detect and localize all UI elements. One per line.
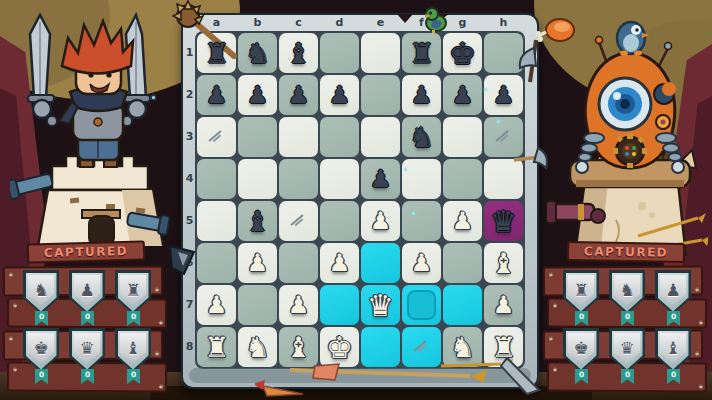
square-e3[interactable] xyxy=(361,117,400,157)
captured-count: 0 xyxy=(39,312,44,326)
captured-count: 0 xyxy=(131,312,136,326)
square-e4[interactable]: ♟ xyxy=(361,159,400,199)
square-a4[interactable] xyxy=(197,159,236,199)
black-pawn[interactable]: ♟ xyxy=(493,81,515,109)
captured-count-ribbon: 0 xyxy=(667,369,680,384)
file-label-c: c xyxy=(279,16,318,30)
square-e2[interactable] xyxy=(361,75,400,115)
square-b5[interactable]: ♝ xyxy=(238,201,277,241)
captured-badge-knight: ♞0 xyxy=(609,270,649,328)
white-pawn[interactable]: ♟ xyxy=(329,249,351,277)
white-pawn[interactable]: ♟ xyxy=(206,291,228,319)
captured-badge-knight: ♞0 xyxy=(23,270,63,328)
move-target-ring xyxy=(407,290,436,320)
square-b3[interactable] xyxy=(238,117,277,157)
black-king[interactable]: ♚ xyxy=(449,36,476,71)
nail xyxy=(159,321,163,325)
nail xyxy=(549,272,553,276)
scratch-mark xyxy=(495,130,509,142)
captured-count: 0 xyxy=(625,312,630,326)
captured-count: 0 xyxy=(671,312,676,326)
bird-decoration xyxy=(422,5,450,33)
rank-label-7: 7 xyxy=(184,285,195,325)
white-pawn[interactable]: ♟ xyxy=(288,291,310,319)
captured-title-text: CAPTURED xyxy=(44,244,129,260)
nail xyxy=(699,385,703,389)
captured-count-ribbon: 0 xyxy=(35,369,48,384)
square-c4[interactable] xyxy=(279,159,318,199)
nail xyxy=(155,351,159,355)
captured-count-ribbon: 0 xyxy=(621,369,634,384)
nail xyxy=(159,385,163,389)
sparkle xyxy=(497,120,500,123)
sparkle xyxy=(404,168,407,171)
white-pawn[interactable]: ♟ xyxy=(452,207,474,235)
white-bishop[interactable]: ♝ xyxy=(286,331,311,364)
square-b4[interactable] xyxy=(238,159,277,199)
square-f6[interactable]: ♟ xyxy=(402,243,441,283)
file-label-d: d xyxy=(320,16,359,30)
captured-badge-pawn: ♟0 xyxy=(69,270,109,328)
captured-count-ribbon: 0 xyxy=(81,311,94,326)
rank-label-2: 2 xyxy=(184,75,195,115)
nail xyxy=(553,367,557,371)
chess-board-frame: abcdefgh 12345678 ♜♞♝♜♚♟♟♟♟♟♟♟♞♟♝♟♟♛♟♟♟♝… xyxy=(181,13,539,389)
rank-label-5: 5 xyxy=(184,201,195,241)
white-knight[interactable]: ♞ xyxy=(245,331,270,364)
white-knight[interactable]: ♞ xyxy=(450,331,475,364)
captured-badge-king: ♚0 xyxy=(23,328,63,386)
captured-title-text: CAPTURED xyxy=(584,244,668,259)
chess-board: ♜♞♝♜♚♟♟♟♟♟♟♟♞♟♝♟♟♛♟♟♟♝♟♟♛♟♜♞♝♚♞♜ xyxy=(195,31,525,369)
captured-count-ribbon: 0 xyxy=(575,369,588,384)
nail xyxy=(13,367,17,371)
penguin xyxy=(617,22,649,56)
square-h7[interactable]: ♟ xyxy=(484,285,523,325)
black-knight[interactable]: ♞ xyxy=(245,37,270,70)
square-a3[interactable] xyxy=(197,117,236,157)
captured-count: 0 xyxy=(85,312,90,326)
square-g5[interactable]: ♟ xyxy=(443,201,482,241)
right-player-character xyxy=(546,20,708,256)
white-rook[interactable]: ♜ xyxy=(491,331,516,364)
pennant-decoration xyxy=(168,244,198,278)
square-h6[interactable]: ♝ xyxy=(484,243,523,283)
captured-badge-pawn: ♟0 xyxy=(655,270,695,328)
square-c3[interactable] xyxy=(279,117,318,157)
captured-count-ribbon: 0 xyxy=(667,311,680,326)
white-pawn[interactable]: ♟ xyxy=(247,249,269,277)
square-f5[interactable] xyxy=(402,201,441,241)
captured-count: 0 xyxy=(85,370,90,384)
captured-count-ribbon: 0 xyxy=(621,311,634,326)
captured-count: 0 xyxy=(579,312,584,326)
white-pawn[interactable]: ♟ xyxy=(411,249,433,277)
square-g7[interactable] xyxy=(443,285,482,325)
sparkle xyxy=(152,96,155,99)
sparkle xyxy=(484,88,487,91)
square-b1[interactable]: ♞ xyxy=(238,33,277,73)
axe-decoration-mid xyxy=(512,146,550,172)
captured-panel-right: CAPTURED ♜0♞0♟0♚0♛0♝0 xyxy=(545,242,707,398)
black-rook[interactable]: ♜ xyxy=(409,37,434,70)
scratch-mark xyxy=(290,214,304,226)
black-pawn[interactable]: ♟ xyxy=(329,81,351,109)
captured-badge-rook: ♜0 xyxy=(115,270,155,328)
white-pawn[interactable]: ♟ xyxy=(493,291,515,319)
nail xyxy=(155,287,159,291)
scratch-mark xyxy=(413,340,427,352)
captured-count-ribbon: 0 xyxy=(127,311,140,326)
square-h5[interactable]: ♛ xyxy=(484,201,523,241)
square-g4[interactable] xyxy=(443,159,482,199)
nail xyxy=(13,303,17,307)
captured-badge-queen: ♛0 xyxy=(69,328,109,386)
white-rook[interactable]: ♜ xyxy=(204,331,229,364)
captured-count-ribbon: 0 xyxy=(35,311,48,326)
file-label-h: h xyxy=(484,16,523,30)
black-pawn[interactable]: ♟ xyxy=(288,81,310,109)
square-g2[interactable]: ♟ xyxy=(443,75,482,115)
captured-panel-title: CAPTURED xyxy=(567,241,685,263)
square-d2[interactable]: ♟ xyxy=(320,75,359,115)
captured-badge-queen: ♛0 xyxy=(609,328,649,386)
square-d5[interactable] xyxy=(320,201,359,241)
square-f2[interactable]: ♟ xyxy=(402,75,441,115)
nail xyxy=(699,321,703,325)
white-queen[interactable]: ♛ xyxy=(367,288,394,323)
captured-badge-rook: ♜0 xyxy=(563,270,603,328)
square-d4[interactable] xyxy=(320,159,359,199)
rank-label-3: 3 xyxy=(184,117,195,157)
captured-badge-bishop: ♝0 xyxy=(115,328,155,386)
captured-count: 0 xyxy=(579,370,584,384)
captured-count-ribbon: 0 xyxy=(81,369,94,384)
black-pawn[interactable]: ♟ xyxy=(247,81,269,109)
captured-count: 0 xyxy=(671,370,676,384)
white-bishop[interactable]: ♝ xyxy=(491,247,516,280)
captured-count-ribbon: 0 xyxy=(575,311,588,326)
square-g6[interactable] xyxy=(443,243,482,283)
captured-count-ribbon: 0 xyxy=(127,369,140,384)
captured-count: 0 xyxy=(39,370,44,384)
captured-count: 0 xyxy=(625,370,630,384)
square-d7[interactable] xyxy=(320,285,359,325)
captured-badge-king: ♚0 xyxy=(563,328,603,386)
square-a6[interactable] xyxy=(197,243,236,283)
square-e7[interactable]: ♛ xyxy=(361,285,400,325)
black-pawn[interactable]: ♟ xyxy=(452,81,474,109)
square-a2[interactable]: ♟ xyxy=(197,75,236,115)
game-screen: abcdefgh 12345678 ♜♞♝♜♚♟♟♟♟♟♟♟♞♟♝♟♟♛♟♟♟♝… xyxy=(0,0,712,400)
nail xyxy=(9,336,13,340)
nail xyxy=(695,287,699,291)
left-player-character xyxy=(10,8,170,246)
square-a7[interactable]: ♟ xyxy=(197,285,236,325)
nail xyxy=(553,303,557,307)
white-king[interactable]: ♚ xyxy=(326,330,353,365)
captured-count: 0 xyxy=(131,370,136,384)
rank-label-8: 8 xyxy=(184,327,195,367)
axe-decoration-top xyxy=(514,38,548,84)
black-pawn[interactable]: ♟ xyxy=(206,81,228,109)
square-e5[interactable]: ♟ xyxy=(361,201,400,241)
square-d6[interactable]: ♟ xyxy=(320,243,359,283)
black-pawn[interactable]: ♟ xyxy=(370,165,392,193)
square-c1[interactable]: ♝ xyxy=(279,33,318,73)
square-b7[interactable] xyxy=(238,285,277,325)
rank-label-4: 4 xyxy=(184,159,195,199)
captured-panel-title: CAPTURED xyxy=(27,240,145,263)
square-e6[interactable] xyxy=(361,243,400,283)
square-g3[interactable] xyxy=(443,117,482,157)
square-a5[interactable] xyxy=(197,201,236,241)
square-f7[interactable] xyxy=(402,285,441,325)
square-c5[interactable] xyxy=(279,201,318,241)
square-c6[interactable] xyxy=(279,243,318,283)
square-b2[interactable]: ♟ xyxy=(238,75,277,115)
black-queen[interactable]: ♛ xyxy=(490,204,517,239)
file-label-e: e xyxy=(361,16,400,30)
black-rook[interactable]: ♜ xyxy=(204,37,229,70)
captured-panel-left: CAPTURED ♞0♟0♜0♚0♛0♝0 xyxy=(5,242,167,398)
square-d3[interactable] xyxy=(320,117,359,157)
square-g1[interactable]: ♚ xyxy=(443,33,482,73)
square-f4[interactable] xyxy=(402,159,441,199)
file-label-b: b xyxy=(238,16,277,30)
sparkle xyxy=(412,212,415,215)
black-bishop[interactable]: ♝ xyxy=(286,37,311,70)
square-f1[interactable]: ♜ xyxy=(402,33,441,73)
scratch-mark xyxy=(208,130,222,142)
white-pawn[interactable]: ♟ xyxy=(370,207,392,235)
nail xyxy=(549,336,553,340)
square-b6[interactable]: ♟ xyxy=(238,243,277,283)
square-e1[interactable] xyxy=(361,33,400,73)
nail xyxy=(695,351,699,355)
square-d1[interactable] xyxy=(320,33,359,73)
black-pawn[interactable]: ♟ xyxy=(411,81,433,109)
captured-badge-bishop: ♝0 xyxy=(655,328,695,386)
black-knight[interactable]: ♞ xyxy=(409,121,434,154)
square-f3[interactable]: ♞ xyxy=(402,117,441,157)
square-c7[interactable]: ♟ xyxy=(279,285,318,325)
black-bishop[interactable]: ♝ xyxy=(245,205,270,238)
nail xyxy=(9,272,13,276)
square-c2[interactable]: ♟ xyxy=(279,75,318,115)
square-a8[interactable]: ♜ xyxy=(197,327,236,367)
